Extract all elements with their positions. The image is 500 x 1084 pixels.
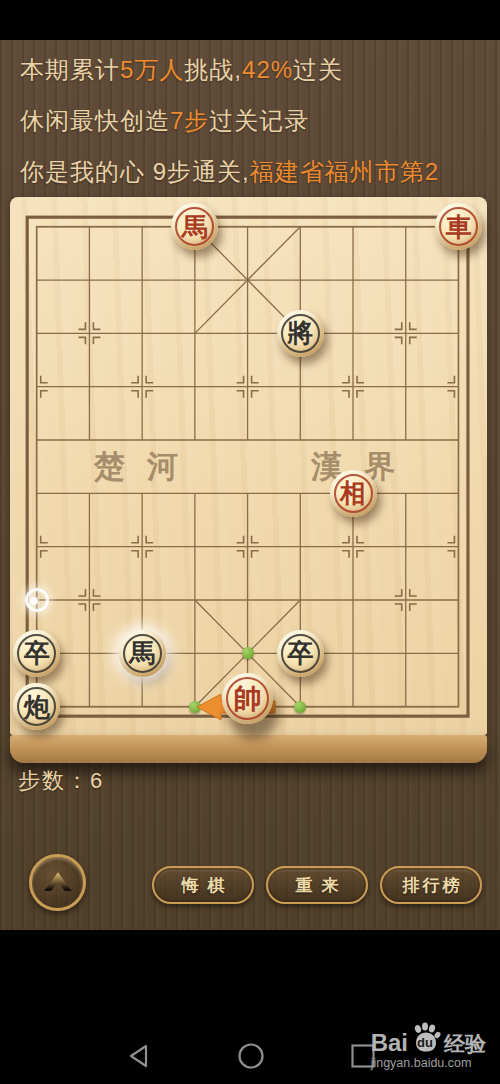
black-horse-piece[interactable]: 馬 xyxy=(119,630,166,677)
stat-line: 休闲最快创造7步过关记录 xyxy=(20,105,439,137)
black-cannon-piece[interactable]: 炮 xyxy=(13,683,60,730)
legal-move-dot[interactable] xyxy=(294,701,306,713)
red-elephant-piece[interactable]: 相 xyxy=(330,470,377,517)
board-3d-edge xyxy=(10,735,487,763)
piece-glyph: 帥 xyxy=(234,685,262,713)
android-nav-bar: Bai du 经验 jingyan.baidu.com xyxy=(0,930,500,1084)
piece-glyph: 將 xyxy=(287,320,313,346)
black-soldier-piece[interactable]: 卒 xyxy=(277,630,324,677)
step-counter: 步数：6 xyxy=(18,766,104,796)
black-general-piece[interactable]: 將 xyxy=(277,310,324,357)
undo-button[interactable]: 悔棋 xyxy=(152,866,254,904)
xiangqi-board[interactable]: 楚河 漢界 馬車將相卒馬卒帥炮 xyxy=(10,197,487,763)
legal-move-dot[interactable] xyxy=(242,647,254,659)
nav-home-icon[interactable] xyxy=(237,1042,265,1070)
red-chariot-piece[interactable]: 車 xyxy=(435,203,482,250)
watermark-url: jingyan.baidu.com xyxy=(371,1056,486,1070)
red-general-piece[interactable]: 帥 xyxy=(222,673,273,724)
piece-glyph: 相 xyxy=(340,480,366,506)
piece-glyph: 卒 xyxy=(287,640,313,666)
action-buttons: 悔棋 重来 排行榜 xyxy=(152,866,482,904)
leaderboard-button[interactable]: 排行榜 xyxy=(380,866,482,904)
app-screen: 本期累计5万人挑战,42%过关休闲最快创造7步过关记录你是我的心 9步通关,福建… xyxy=(0,0,500,1084)
step-counter-label: 步数： xyxy=(18,768,90,793)
piece-glyph: 馬 xyxy=(182,214,208,240)
river-label-left: 楚河 xyxy=(94,446,200,488)
chevron-up-icon xyxy=(38,863,78,903)
baidu-paw-icon: du xyxy=(410,1022,442,1054)
collapse-panel-button[interactable] xyxy=(29,854,86,911)
stat-line: 本期累计5万人挑战,42%过关 xyxy=(20,54,439,86)
piece-glyph: 馬 xyxy=(129,640,155,666)
stats-lines: 本期累计5万人挑战,42%过关休闲最快创造7步过关记录你是我的心 9步通关,福建… xyxy=(20,54,439,188)
piece-glyph: 卒 xyxy=(24,640,50,666)
step-counter-value: 6 xyxy=(90,768,104,793)
restart-button[interactable]: 重来 xyxy=(266,866,368,904)
black-soldier-piece[interactable]: 卒 xyxy=(13,630,60,677)
baidu-jingyan-watermark: Bai du 经验 jingyan.baidu.com xyxy=(371,1022,486,1070)
highlight-ring-marker xyxy=(25,588,49,612)
nav-back-icon[interactable] xyxy=(126,1043,152,1069)
piece-glyph: 炮 xyxy=(24,694,50,720)
watermark-bai-text: Bai xyxy=(371,1032,408,1054)
status-bar xyxy=(0,0,500,40)
watermark-du-text: du xyxy=(417,1035,433,1050)
watermark-brand-text: 经验 xyxy=(444,1033,486,1054)
stat-line: 你是我的心 9步通关,福建省福州市第2 xyxy=(20,156,439,188)
piece-glyph: 車 xyxy=(445,214,471,240)
